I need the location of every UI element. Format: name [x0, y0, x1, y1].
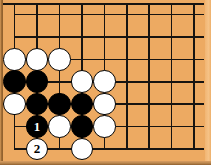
stone-black	[26, 93, 49, 116]
stone-white	[71, 138, 94, 161]
stone-white-move-2: 2	[26, 138, 49, 161]
stone-white	[93, 115, 116, 138]
stone-white	[71, 70, 94, 93]
stone-white	[3, 93, 26, 116]
move-number-label: 2	[34, 142, 41, 155]
stone-white	[26, 48, 49, 71]
board-frame-top-edge	[3, 3, 204, 5]
stone-white	[48, 115, 71, 138]
stone-black	[71, 93, 94, 116]
stone-white	[93, 70, 116, 93]
stone-black-move-1: 1	[26, 115, 49, 138]
stone-black	[26, 70, 49, 93]
go-diagram: 12	[0, 0, 211, 165]
grid-line-horizontal	[14, 36, 204, 38]
grid-line-vertical	[193, 3, 195, 150]
grid-line-vertical	[171, 3, 173, 150]
stone-black	[71, 115, 94, 138]
stone-black	[3, 70, 26, 93]
grid-line-horizontal	[14, 14, 204, 16]
stone-white	[3, 48, 26, 71]
stone-white	[48, 48, 71, 71]
move-number-label: 1	[34, 119, 41, 132]
board-frame-bottom-edge	[0, 161, 211, 166]
board-frame-right-edge	[205, 0, 212, 165]
grid-line-vertical	[148, 3, 150, 150]
stone-white	[93, 93, 116, 116]
board-frame-left-edge	[0, 0, 3, 165]
grid-line-vertical	[126, 3, 128, 150]
stone-black	[48, 93, 71, 116]
